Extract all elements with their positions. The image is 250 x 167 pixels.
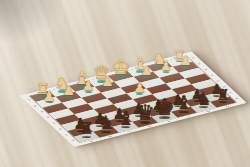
- photo-scene: abcdefgh abcdefgh 12345678 12345678 ♜♞♟♝…: [0, 0, 250, 167]
